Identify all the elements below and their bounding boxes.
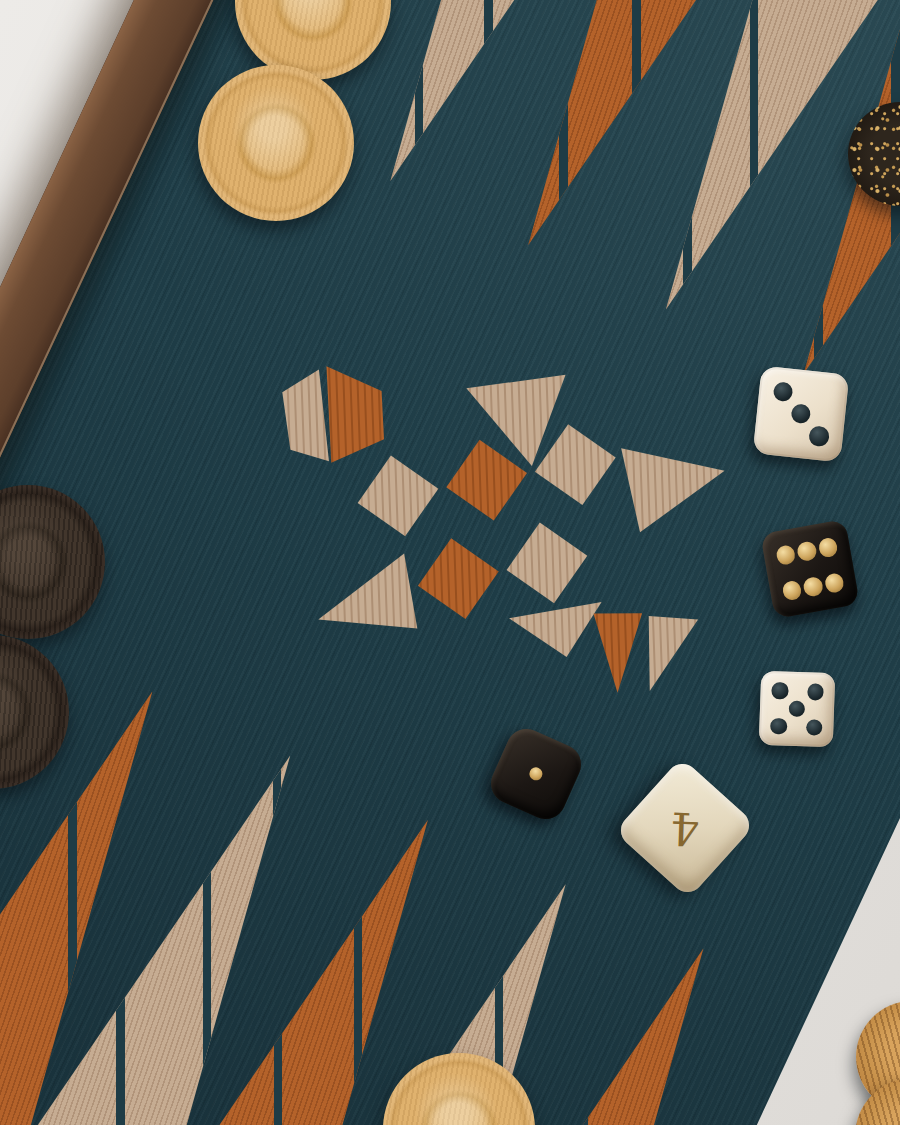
die-pip (823, 572, 845, 594)
die-black-6[interactable] (760, 519, 860, 619)
die-pip (796, 540, 818, 562)
die-pip (808, 426, 829, 447)
die-pip (790, 403, 811, 424)
die-pip (789, 701, 806, 718)
die-pip (527, 765, 544, 782)
die-black-1[interactable] (485, 723, 588, 826)
die-pip (781, 580, 803, 602)
dice-layer (0, 0, 900, 1125)
die-ivory-5[interactable] (759, 671, 836, 748)
die-pip (772, 381, 793, 402)
die-pip (771, 682, 788, 699)
die-pip (770, 718, 787, 735)
die-ivory-3[interactable] (753, 366, 850, 463)
die-pip (817, 537, 839, 559)
backgammon-photo-scene: 4 (0, 0, 900, 1125)
die-pip (806, 719, 823, 736)
die-pip (775, 544, 797, 566)
die-pip (802, 576, 824, 598)
doubling-cube-value: 4 (670, 801, 700, 855)
die-pip (807, 683, 824, 700)
